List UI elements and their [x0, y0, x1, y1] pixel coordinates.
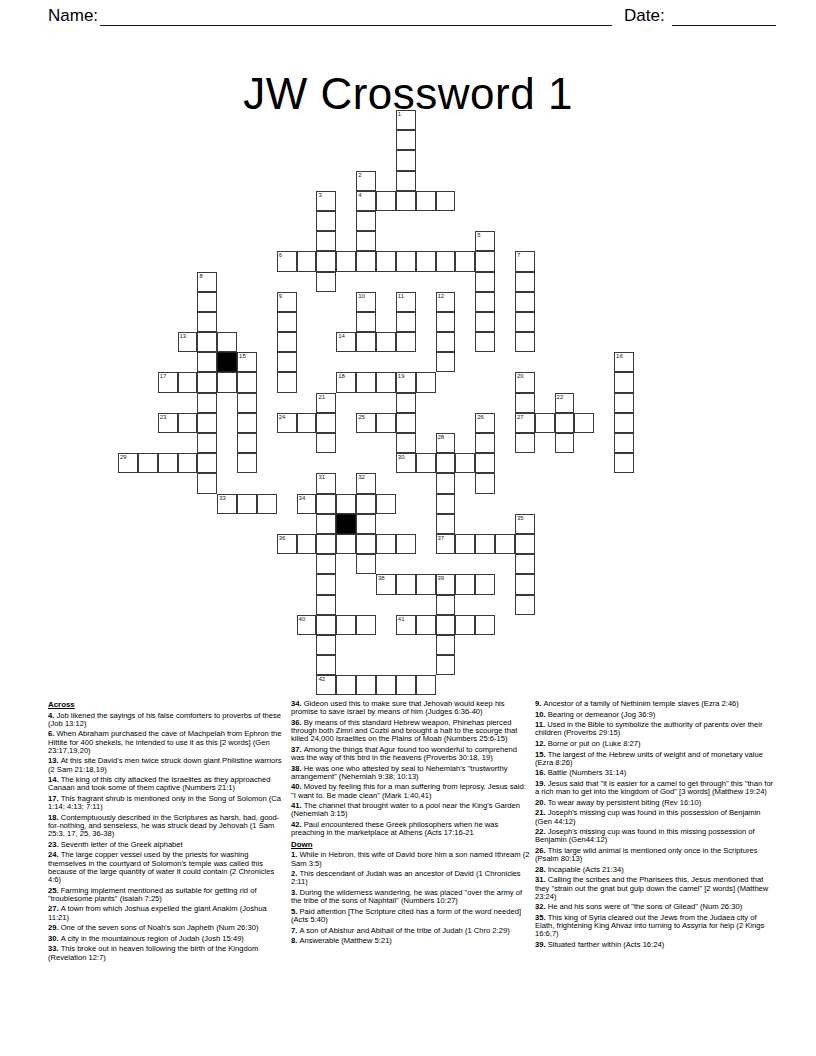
answer-cell-r20-c20[interactable]: 35: [515, 514, 535, 534]
cell-number-6: 6: [279, 252, 282, 259]
answer-cell-r28-c15[interactable]: [416, 675, 436, 695]
answer-cell-r11-c16[interactable]: [436, 332, 456, 352]
clue-number: 13.: [48, 756, 61, 765]
answer-cell-r13-c2[interactable]: 17: [158, 372, 178, 392]
answer-cell-r23-c20[interactable]: [515, 574, 535, 594]
answer-cell-r11-c5[interactable]: [217, 332, 237, 352]
clue-down-9: 9. Ancestor of a family of Nethinim temp…: [535, 700, 777, 708]
answer-cell-r19-c10[interactable]: [316, 494, 336, 514]
answer-cell-r4-c14[interactable]: [396, 191, 416, 211]
clue-across-13: 13. At this site David's men twice struc…: [48, 757, 288, 773]
answer-cell-r17-c16[interactable]: [436, 453, 456, 473]
answer-cell-r12-c8[interactable]: [277, 352, 297, 372]
clue-number: 35.: [535, 913, 548, 922]
clue-down-1: 1. While in Hebron, this wife of David b…: [291, 851, 531, 867]
clue-down-39: 39. Situated farther within (Acts 16:24): [535, 941, 777, 949]
answer-cell-r7-c17[interactable]: [455, 251, 475, 271]
cell-number-9: 9: [279, 293, 282, 300]
answer-cell-r11-c20[interactable]: [515, 332, 535, 352]
clue-number: 10.: [535, 710, 548, 719]
answer-cell-r11-c13[interactable]: [376, 332, 396, 352]
clue-column-3: 9. Ancestor of a family of Nethinim temp…: [535, 700, 777, 952]
answer-cell-r19-c16[interactable]: [436, 494, 456, 514]
clue-column-2: 34. Gideon used this to make sure that J…: [291, 700, 531, 948]
answer-cell-r8-c18[interactable]: [475, 272, 495, 292]
clue-number: 14.: [48, 775, 61, 784]
clue-number: 41.: [291, 801, 304, 810]
clue-number: 9.: [535, 699, 543, 708]
clue-number: 40.: [291, 782, 304, 791]
cell-number-19: 19: [398, 373, 405, 380]
answer-cell-r14-c14[interactable]: [396, 393, 416, 413]
answer-cell-r7-c13[interactable]: [376, 251, 396, 271]
answer-cell-r7-c8[interactable]: 6: [277, 251, 297, 271]
cell-number-15: 15: [239, 353, 246, 360]
answer-cell-r12-c4[interactable]: [197, 352, 217, 372]
answer-cell-r21-c20[interactable]: [515, 534, 535, 554]
cell-number-8: 8: [199, 273, 202, 280]
answer-cell-r13-c25[interactable]: [614, 372, 634, 392]
clue-across-40: 40. Moved by feeling this for a man suff…: [291, 783, 531, 799]
answer-cell-r23-c10[interactable]: [316, 574, 336, 594]
answer-cell-r21-c19[interactable]: [495, 534, 515, 554]
clue-down-3: 3. During the wilderness wandering, he w…: [291, 889, 531, 905]
answer-cell-r9-c16[interactable]: 12: [436, 292, 456, 312]
clue-down-11: 11. Used in the Bible to symbolize the a…: [535, 721, 777, 737]
cell-number-23: 23: [160, 414, 167, 421]
answer-cell-r13-c15[interactable]: [416, 372, 436, 392]
answer-cell-r13-c4[interactable]: [197, 372, 217, 392]
clue-number: 26.: [535, 846, 548, 855]
clue-across-36: 36. By means of this standard Hebrew wea…: [291, 719, 531, 744]
answer-cell-r15-c2[interactable]: 23: [158, 413, 178, 433]
clue-number: 20.: [535, 798, 548, 807]
clue-number: 30.: [48, 934, 61, 943]
clue-number: 31.: [535, 875, 548, 884]
answer-cell-r17-c18[interactable]: [475, 453, 495, 473]
answer-cell-r21-c9[interactable]: [297, 534, 317, 554]
answer-cell-r8-c4[interactable]: 8: [197, 272, 217, 292]
answer-cell-r7-c20[interactable]: 7: [515, 251, 535, 271]
answer-cell-r25-c10[interactable]: [316, 615, 336, 635]
answer-cell-r23-c13[interactable]: 38: [376, 574, 396, 594]
blocked-cell-r20-c11: [336, 514, 356, 534]
clue-down-15: 15. The largest of the Hebrew units of w…: [535, 751, 777, 767]
clue-number: 19.: [535, 779, 548, 788]
answer-cell-r19-c6[interactable]: [237, 494, 257, 514]
answer-cell-r19-c13[interactable]: [376, 494, 396, 514]
clue-across-37: 37. Among the things that Agur found too…: [291, 746, 531, 762]
clue-down-8: 8. Answerable (Matthew 5:21): [291, 937, 531, 945]
cell-number-17: 17: [160, 373, 167, 380]
answer-cell-r7-c10[interactable]: [316, 251, 336, 271]
answer-cell-r10-c8[interactable]: [277, 312, 297, 332]
clue-across-6: 6. When Abraham purchased the cave of Ma…: [48, 730, 288, 755]
answer-cell-r11-c12[interactable]: [356, 332, 376, 352]
cell-number-31: 31: [318, 474, 325, 481]
cell-number-42: 42: [318, 676, 325, 683]
clue-number: 29.: [48, 923, 61, 932]
answer-cell-r7-c12[interactable]: [356, 251, 376, 271]
cell-number-10: 10: [358, 293, 365, 300]
clue-down-5: 5. Paid attention [The Scripture cited h…: [291, 908, 531, 924]
answer-cell-r10-c16[interactable]: [436, 312, 456, 332]
cell-number-39: 39: [438, 575, 445, 582]
clue-number: 28.: [535, 865, 548, 874]
answer-cell-r17-c25[interactable]: [614, 453, 634, 473]
cell-number-4: 4: [358, 192, 361, 199]
answer-cell-r3-c12[interactable]: 2: [356, 171, 376, 191]
answer-cell-r17-c17[interactable]: [455, 453, 475, 473]
clue-across-29: 29. One of the seven sons of Noah's son …: [48, 924, 288, 932]
cell-number-1: 1: [398, 111, 401, 118]
answer-cell-r15-c18[interactable]: 26: [475, 413, 495, 433]
clue-across-18: 18. Contemptuously described in the Scri…: [48, 814, 288, 839]
clue-number: 7.: [291, 926, 299, 935]
answer-cell-r11-c11[interactable]: 14: [336, 332, 356, 352]
answer-cell-r28-c12[interactable]: [356, 675, 376, 695]
answer-cell-r14-c6[interactable]: [237, 393, 257, 413]
answer-cell-r18-c12[interactable]: 32: [356, 473, 376, 493]
answer-cell-r15-c3[interactable]: [178, 413, 198, 433]
answer-cell-r17-c2[interactable]: [158, 453, 178, 473]
cell-number-33: 33: [219, 495, 226, 502]
answer-cell-r15-c25[interactable]: [614, 413, 634, 433]
answer-cell-r9-c12[interactable]: 10: [356, 292, 376, 312]
answer-cell-r23-c16[interactable]: 39: [436, 574, 456, 594]
name-label: Name:: [48, 6, 98, 26]
answer-cell-r15-c6[interactable]: [237, 413, 257, 433]
clue-number: 1.: [291, 850, 299, 859]
answer-cell-r10-c12[interactable]: [356, 312, 376, 332]
answer-cell-r14-c22[interactable]: 22: [555, 393, 575, 413]
cell-number-38: 38: [378, 575, 385, 582]
cell-number-24: 24: [279, 414, 286, 421]
answer-cell-r7-c18[interactable]: [475, 251, 495, 271]
answer-cell-r7-c14[interactable]: [396, 251, 416, 271]
answer-cell-r21-c12[interactable]: [356, 534, 376, 554]
answer-cell-r4-c15[interactable]: [416, 191, 436, 211]
answer-cell-r13-c5[interactable]: [217, 372, 237, 392]
answer-cell-r1-c14[interactable]: [396, 130, 416, 150]
cell-number-18: 18: [338, 373, 345, 380]
answer-cell-r16-c4[interactable]: [197, 433, 217, 453]
cell-number-11: 11: [398, 293, 404, 300]
answer-cell-r25-c18[interactable]: [475, 615, 495, 635]
cell-number-28: 28: [438, 434, 445, 441]
clue-down-7: 7. A son of Abishur and Abihail of the t…: [291, 927, 531, 935]
answer-cell-r0-c14[interactable]: 1: [396, 110, 416, 130]
answer-cell-r13-c12[interactable]: [356, 372, 376, 392]
answer-cell-r9-c4[interactable]: [197, 292, 217, 312]
answer-cell-r19-c9[interactable]: 34: [297, 494, 317, 514]
answer-cell-r25-c15[interactable]: [416, 615, 436, 635]
answer-cell-r12-c25[interactable]: 16: [614, 352, 634, 372]
answer-cell-r8-c10[interactable]: [316, 272, 336, 292]
answer-cell-r17-c6[interactable]: [237, 453, 257, 473]
answer-cell-r21-c8[interactable]: 36: [277, 534, 297, 554]
clue-number: 18.: [48, 813, 61, 822]
answer-cell-r9-c8[interactable]: 9: [277, 292, 297, 312]
answer-cell-r17-c4[interactable]: [197, 453, 217, 473]
clue-across-27: 27. A town from which Joshua expelled th…: [48, 905, 288, 921]
answer-cell-r18-c18[interactable]: [475, 473, 495, 493]
clue-across-24: 24. The large copper vessel used by the …: [48, 851, 288, 884]
answer-cell-r12-c6[interactable]: 15: [237, 352, 257, 372]
answer-cell-r4-c13[interactable]: [376, 191, 396, 211]
answer-cell-r15-c22[interactable]: [555, 413, 575, 433]
answer-cell-r4-c16[interactable]: [436, 191, 456, 211]
answer-cell-r19-c5[interactable]: 33: [217, 494, 237, 514]
answer-cell-r8-c20[interactable]: [515, 272, 535, 292]
date-input-line[interactable]: [672, 25, 776, 26]
clue-number: 6.: [48, 729, 56, 738]
clue-down-2: 2. This descendant of Judah was an ances…: [291, 870, 531, 886]
answer-cell-r10-c14[interactable]: [396, 312, 416, 332]
answer-cell-r25-c17[interactable]: [455, 615, 475, 635]
answer-cell-r23-c17[interactable]: [455, 574, 475, 594]
cell-number-3: 3: [318, 192, 321, 199]
answer-cell-r3-c14[interactable]: [396, 171, 416, 191]
clue-number: 15.: [535, 750, 548, 759]
cell-number-32: 32: [358, 474, 365, 481]
answer-cell-r21-c13[interactable]: [376, 534, 396, 554]
answer-cell-r7-c11[interactable]: [336, 251, 356, 271]
answer-cell-r24-c10[interactable]: [316, 595, 336, 615]
answer-cell-r9-c20[interactable]: [515, 292, 535, 312]
answer-cell-r22-c20[interactable]: [515, 554, 535, 574]
answer-cell-r17-c0[interactable]: 29: [118, 453, 138, 473]
answer-cell-r16-c16[interactable]: 28: [436, 433, 456, 453]
answer-cell-r27-c10[interactable]: [316, 655, 336, 675]
cell-number-13: 13: [180, 333, 187, 340]
clue-number: 42.: [291, 820, 304, 829]
cell-number-7: 7: [517, 252, 520, 259]
answer-cell-r9-c18[interactable]: [475, 292, 495, 312]
clue-across-25: 25. Farming implement mentioned as suita…: [48, 887, 288, 903]
answer-cell-r25-c9[interactable]: 40: [297, 615, 317, 635]
down-header: Down: [291, 840, 531, 849]
answer-cell-r15-c21[interactable]: [535, 413, 555, 433]
answer-cell-r18-c10[interactable]: 31: [316, 473, 336, 493]
clue-down-26: 26. This large wild animal is mentioned …: [535, 847, 777, 863]
answer-cell-r24-c16[interactable]: [436, 595, 456, 615]
answer-cell-r6-c18[interactable]: 5: [475, 231, 495, 251]
answer-cell-r13-c13[interactable]: [376, 372, 396, 392]
clue-down-12: 12. Borne or put on (Luke 8:27): [535, 740, 777, 748]
answer-cell-r7-c15[interactable]: [416, 251, 436, 271]
answer-cell-r20-c16[interactable]: [436, 514, 456, 534]
clue-number: 8.: [291, 936, 299, 945]
name-input-line[interactable]: [100, 25, 612, 26]
answer-cell-r13-c14[interactable]: 19: [396, 372, 416, 392]
answer-cell-r18-c16[interactable]: [436, 473, 456, 493]
answer-cell-r21-c17[interactable]: [455, 534, 475, 554]
cell-number-26: 26: [477, 414, 484, 421]
clue-across-41: 41. The channel that brought water to a …: [291, 802, 531, 818]
answer-cell-r16-c6[interactable]: [237, 433, 257, 453]
clue-down-21: 21. Joseph's missing cup was found in th…: [535, 809, 777, 825]
across-header: Across: [48, 700, 288, 709]
answer-cell-r25-c16[interactable]: [436, 615, 456, 635]
answer-cell-r16-c10[interactable]: [316, 433, 336, 453]
cell-number-20: 20: [517, 373, 524, 380]
answer-cell-r17-c3[interactable]: [178, 453, 198, 473]
answer-cell-r15-c12[interactable]: 25: [356, 413, 376, 433]
answer-cell-r22-c12[interactable]: [356, 554, 376, 574]
clue-down-31: 31. Calling the scribes and the Pharisee…: [535, 876, 777, 901]
answer-cell-r14-c4[interactable]: [197, 393, 217, 413]
answer-cell-r26-c16[interactable]: [436, 635, 456, 655]
answer-cell-r25-c12[interactable]: [356, 615, 376, 635]
answer-cell-r21-c14[interactable]: [396, 534, 416, 554]
cell-number-2: 2: [358, 172, 361, 179]
answer-cell-r11-c3[interactable]: 13: [178, 332, 198, 352]
answer-cell-r28-c11[interactable]: [336, 675, 356, 695]
answer-cell-r19-c11[interactable]: [336, 494, 356, 514]
answer-cell-r14-c10[interactable]: 21: [316, 393, 336, 413]
answer-cell-r10-c18[interactable]: [475, 312, 495, 332]
answer-cell-r16-c14[interactable]: [396, 433, 416, 453]
answer-cell-r13-c6[interactable]: [237, 372, 257, 392]
clue-number: 32.: [535, 902, 548, 911]
answer-cell-r6-c10[interactable]: [316, 231, 336, 251]
answer-cell-r15-c4[interactable]: [197, 413, 217, 433]
answer-cell-r21-c10[interactable]: [316, 534, 336, 554]
answer-cell-r28-c13[interactable]: [376, 675, 396, 695]
clue-number: 27.: [48, 904, 61, 913]
clue-down-22: 22. Joseph's missing cup was found in th…: [535, 828, 777, 844]
answer-cell-r9-c14[interactable]: 11: [396, 292, 416, 312]
answer-cell-r23-c15[interactable]: [416, 574, 436, 594]
cell-number-14: 14: [338, 333, 345, 340]
answer-cell-r14-c25[interactable]: [614, 393, 634, 413]
cell-number-22: 22: [557, 394, 564, 401]
cell-number-12: 12: [438, 293, 445, 300]
clue-number: 2.: [291, 869, 299, 878]
answer-cell-r18-c4[interactable]: [197, 473, 217, 493]
cell-number-27: 27: [517, 414, 524, 421]
clue-number: 39.: [535, 940, 548, 949]
cell-number-36: 36: [279, 535, 286, 542]
answer-cell-r25-c14[interactable]: 41: [396, 615, 416, 635]
cell-number-40: 40: [299, 616, 306, 623]
answer-cell-r11-c4[interactable]: [197, 332, 217, 352]
answer-cell-r7-c9[interactable]: [297, 251, 317, 271]
answer-cell-r13-c8[interactable]: [277, 372, 297, 392]
answer-cell-r15-c14[interactable]: [396, 413, 416, 433]
answer-cell-r10-c20[interactable]: [515, 312, 535, 332]
answer-cell-r15-c10[interactable]: [316, 413, 336, 433]
clue-column-1: Across4. Job likened the sayings of his …: [48, 700, 288, 964]
answer-cell-r21-c11[interactable]: [336, 534, 356, 554]
clue-number: 12.: [535, 739, 548, 748]
answer-cell-r17-c14[interactable]: 30: [396, 453, 416, 473]
answer-cell-r15-c8[interactable]: 24: [277, 413, 297, 433]
clue-down-28: 28. Incapable (Acts 21:34): [535, 866, 777, 874]
answer-cell-r15-c20[interactable]: 27: [515, 413, 535, 433]
answer-cell-r21-c18[interactable]: [475, 534, 495, 554]
answer-cell-r23-c14[interactable]: [396, 574, 416, 594]
answer-cell-r16-c25[interactable]: [614, 433, 634, 453]
clue-across-34: 34. Gideon used this to make sure that J…: [291, 700, 531, 716]
answer-cell-r21-c16[interactable]: 37: [436, 534, 456, 554]
answer-cell-r10-c4[interactable]: [197, 312, 217, 332]
date-label: Date:: [624, 6, 665, 26]
clue-number: 3.: [291, 888, 299, 897]
answer-cell-r17-c1[interactable]: [138, 453, 158, 473]
clue-across-23: 23. Seventh letter of the Greek alphabet: [48, 841, 288, 849]
answer-cell-r13-c3[interactable]: [178, 372, 198, 392]
cell-number-25: 25: [358, 414, 365, 421]
cell-number-41: 41: [398, 616, 405, 623]
clue-across-14: 14. The king of this city attacked the I…: [48, 776, 288, 792]
answer-cell-r11-c14[interactable]: [396, 332, 416, 352]
answer-cell-r4-c10[interactable]: 3: [316, 191, 336, 211]
answer-cell-r5-c10[interactable]: [316, 211, 336, 231]
clue-number: 24.: [48, 850, 61, 859]
answer-cell-r6-c12[interactable]: [356, 231, 376, 251]
answer-cell-r16-c22[interactable]: [555, 433, 575, 453]
worksheet-page: { "game": "crossword", "page": { "name_l…: [0, 0, 816, 1056]
answer-cell-r26-c10[interactable]: [316, 635, 336, 655]
cell-number-37: 37: [438, 535, 445, 542]
answer-cell-r16-c20[interactable]: [515, 433, 535, 453]
cell-number-34: 34: [299, 495, 306, 502]
answer-cell-r24-c20[interactable]: [515, 595, 535, 615]
crossword-grid: 1234567891011121314151617181920212223242…: [118, 110, 634, 695]
answer-cell-r28-c10[interactable]: 42: [316, 675, 336, 695]
answer-cell-r11-c8[interactable]: [277, 332, 297, 352]
cell-number-29: 29: [120, 454, 127, 461]
answer-cell-r19-c12[interactable]: [356, 494, 376, 514]
clue-across-33: 33. This broke out in heaven following t…: [48, 945, 288, 961]
answer-cell-r15-c13[interactable]: [376, 413, 396, 433]
answer-cell-r13-c20[interactable]: 20: [515, 372, 535, 392]
answer-cell-r20-c10[interactable]: [316, 514, 336, 534]
clue-across-42: 42. Paul encountered these Greek philoso…: [291, 821, 531, 837]
answer-cell-r11-c18[interactable]: [475, 332, 495, 352]
clue-number: 34.: [291, 699, 304, 708]
answer-cell-r17-c15[interactable]: [416, 453, 436, 473]
cell-number-16: 16: [616, 353, 623, 360]
answer-cell-r19-c7[interactable]: [257, 494, 277, 514]
clue-down-10: 10. Bearing or demeanor (Jog 36:9): [535, 711, 777, 719]
answer-cell-r7-c16[interactable]: [436, 251, 456, 271]
clue-number: 36.: [291, 718, 304, 727]
answer-cell-r15-c9[interactable]: [297, 413, 317, 433]
answer-cell-r23-c18[interactable]: [475, 574, 495, 594]
answer-cell-r27-c16[interactable]: [436, 655, 456, 675]
clue-number: 4.: [48, 711, 56, 720]
cell-number-35: 35: [517, 515, 524, 522]
answer-cell-r20-c12[interactable]: [356, 514, 376, 534]
answer-cell-r5-c12[interactable]: [356, 211, 376, 231]
clue-across-30: 30. A city in the mountainous region of …: [48, 935, 288, 943]
answer-cell-r25-c11[interactable]: [336, 615, 356, 635]
clue-down-16: 16. Battle (Numbers 31:14): [535, 769, 777, 777]
clue-number: 37.: [291, 745, 304, 754]
answer-cell-r2-c14[interactable]: [396, 150, 416, 170]
answer-cell-r14-c20[interactable]: [515, 393, 535, 413]
answer-cell-r28-c14[interactable]: [396, 675, 416, 695]
answer-cell-r15-c23[interactable]: [574, 413, 594, 433]
answer-cell-r16-c18[interactable]: [475, 433, 495, 453]
answer-cell-r12-c16[interactable]: [436, 352, 456, 372]
answer-cell-r4-c12[interactable]: 4: [356, 191, 376, 211]
answer-cell-r13-c11[interactable]: 18: [336, 372, 356, 392]
answer-cell-r22-c10[interactable]: [316, 554, 336, 574]
